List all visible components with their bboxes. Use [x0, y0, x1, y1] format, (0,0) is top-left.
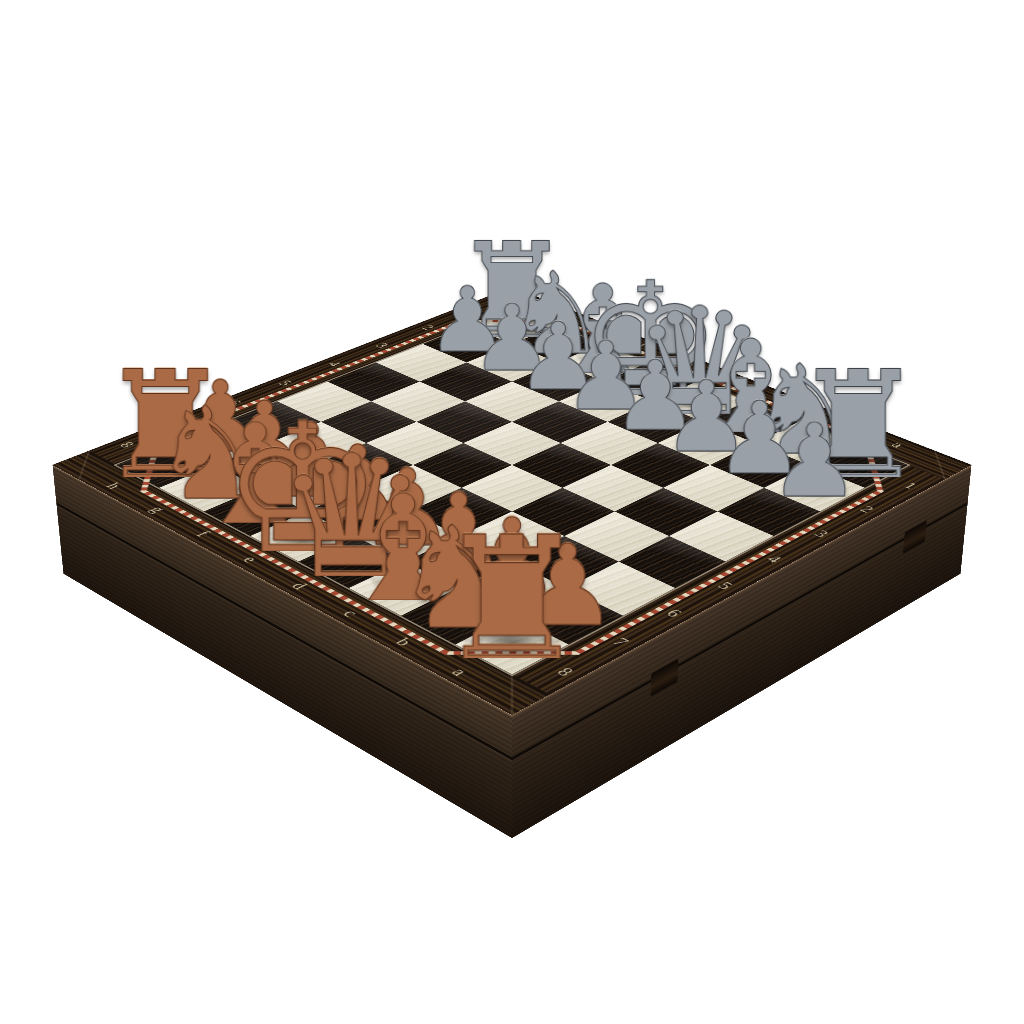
file-label-bottom-e: e — [238, 554, 262, 565]
hinge — [903, 520, 927, 554]
file-label-bottom-g: g — [145, 504, 169, 515]
file-label-bottom-b: b — [391, 635, 417, 648]
rank-label-right-6: 6 — [661, 607, 685, 620]
rank-label-left-3: 3 — [372, 341, 392, 349]
rank-label-right-8: 8 — [552, 665, 578, 679]
file-label-bottom-h: h — [102, 481, 126, 491]
file-label-bottom-d: d — [287, 580, 312, 592]
rank-label-right-4: 4 — [762, 554, 785, 566]
chess-box: hgfedcba hgfedcba 12345678 12345678 ♜♜♟♟… — [52, 287, 971, 715]
rank-label-right-2: 2 — [856, 504, 878, 515]
piece-glyph: ♜ — [435, 514, 589, 686]
rank-label-right-7: 7 — [608, 635, 633, 648]
file-label-bottom-c: c — [338, 607, 363, 619]
rank-label-right-1: 1 — [900, 481, 921, 491]
product-photo-scene: hgfedcba hgfedcba 12345678 12345678 ♜♜♟♟… — [0, 0, 1024, 1024]
rank-label-left-4: 4 — [324, 360, 345, 368]
file-label-bottom-a: a — [446, 665, 471, 678]
board-top-face: hgfedcba hgfedcba 12345678 12345678 ♜♜♟♟… — [52, 287, 971, 715]
rank-label-right-3: 3 — [810, 528, 832, 539]
hinge — [651, 659, 679, 697]
file-label-bottom-f: f — [192, 529, 214, 539]
rank-label-right-5: 5 — [713, 580, 737, 592]
